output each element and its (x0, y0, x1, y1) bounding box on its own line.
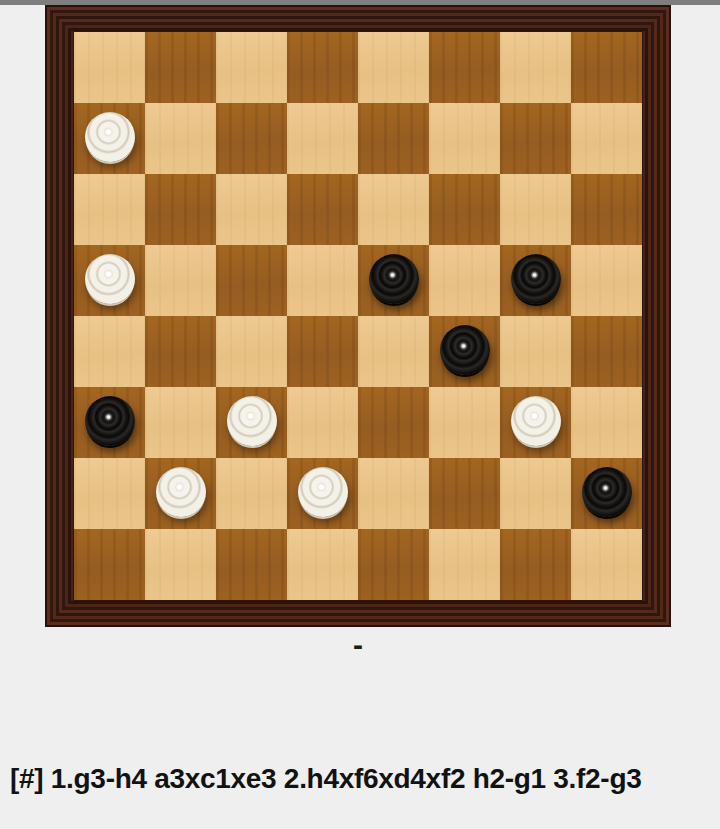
white-man-b2[interactable]: ⛀ (156, 467, 206, 517)
move-list-line-1: [#] 1.g3-h4 a3xc1xe3 2.h4xf6xd4xf2 h2-g1… (10, 762, 714, 796)
square-g5[interactable]: ⛂ (500, 245, 571, 316)
square-d8[interactable] (287, 32, 358, 103)
square-e2[interactable] (358, 458, 429, 529)
square-h3[interactable] (571, 387, 642, 458)
square-e7[interactable] (358, 103, 429, 174)
square-a2[interactable] (74, 458, 145, 529)
white-man-d2[interactable]: ⛀ (298, 467, 348, 517)
square-f7[interactable] (429, 103, 500, 174)
square-a1[interactable] (74, 529, 145, 600)
square-h1[interactable] (571, 529, 642, 600)
square-g8[interactable] (500, 32, 571, 103)
square-h6[interactable] (571, 174, 642, 245)
square-e3[interactable] (358, 387, 429, 458)
board-caption-dash: - (45, 630, 671, 660)
square-b4[interactable] (145, 316, 216, 387)
white-man-c3[interactable]: ⛀ (227, 396, 277, 446)
square-h7[interactable] (571, 103, 642, 174)
square-d1[interactable] (287, 529, 358, 600)
square-c2[interactable] (216, 458, 287, 529)
square-d5[interactable] (287, 245, 358, 316)
square-g6[interactable] (500, 174, 571, 245)
square-e4[interactable] (358, 316, 429, 387)
square-e6[interactable] (358, 174, 429, 245)
square-c6[interactable] (216, 174, 287, 245)
checkers-board: ⛀⛀⛂⛂⛂⛂⛀⛀⛀⛀⛂ (74, 32, 642, 600)
white-man-a7[interactable]: ⛀ (85, 112, 135, 162)
square-a7[interactable]: ⛀ (74, 103, 145, 174)
square-g4[interactable] (500, 316, 571, 387)
square-c1[interactable] (216, 529, 287, 600)
square-f8[interactable] (429, 32, 500, 103)
black-man-e5[interactable]: ⛂ (369, 254, 419, 304)
black-man-g5[interactable]: ⛂ (511, 254, 561, 304)
square-h2[interactable]: ⛂ (571, 458, 642, 529)
square-b1[interactable] (145, 529, 216, 600)
square-b7[interactable] (145, 103, 216, 174)
square-c3[interactable]: ⛀ (216, 387, 287, 458)
square-f6[interactable] (429, 174, 500, 245)
square-g7[interactable] (500, 103, 571, 174)
black-man-a3[interactable]: ⛂ (85, 396, 135, 446)
square-h5[interactable] (571, 245, 642, 316)
square-g1[interactable] (500, 529, 571, 600)
square-b5[interactable] (145, 245, 216, 316)
square-d7[interactable] (287, 103, 358, 174)
square-h8[interactable] (571, 32, 642, 103)
square-f2[interactable] (429, 458, 500, 529)
square-a6[interactable] (74, 174, 145, 245)
square-b6[interactable] (145, 174, 216, 245)
square-c5[interactable] (216, 245, 287, 316)
square-a3[interactable]: ⛂ (74, 387, 145, 458)
square-h4[interactable] (571, 316, 642, 387)
square-f1[interactable] (429, 529, 500, 600)
square-g2[interactable] (500, 458, 571, 529)
square-d2[interactable]: ⛀ (287, 458, 358, 529)
square-f5[interactable] (429, 245, 500, 316)
white-man-g3[interactable]: ⛀ (511, 396, 561, 446)
square-f4[interactable]: ⛂ (429, 316, 500, 387)
square-g3[interactable]: ⛀ (500, 387, 571, 458)
move-list: [#] 1.g3-h4 a3xc1xe3 2.h4xf6xd4xf2 h2-g1… (10, 694, 714, 829)
square-a5[interactable]: ⛀ (74, 245, 145, 316)
square-d6[interactable] (287, 174, 358, 245)
square-f3[interactable] (429, 387, 500, 458)
square-e1[interactable] (358, 529, 429, 600)
square-e5[interactable]: ⛂ (358, 245, 429, 316)
square-b2[interactable]: ⛀ (145, 458, 216, 529)
square-c8[interactable] (216, 32, 287, 103)
square-b8[interactable] (145, 32, 216, 103)
black-man-h2[interactable]: ⛂ (582, 467, 632, 517)
square-c7[interactable] (216, 103, 287, 174)
black-man-f4[interactable]: ⛂ (440, 325, 490, 375)
square-e8[interactable] (358, 32, 429, 103)
square-d3[interactable] (287, 387, 358, 458)
square-a4[interactable] (74, 316, 145, 387)
checkers-board-frame: ⛀⛀⛂⛂⛂⛂⛀⛀⛀⛀⛂ (45, 5, 671, 627)
square-d4[interactable] (287, 316, 358, 387)
square-a8[interactable] (74, 32, 145, 103)
square-c4[interactable] (216, 316, 287, 387)
white-man-a5[interactable]: ⛀ (85, 254, 135, 304)
square-b3[interactable] (145, 387, 216, 458)
